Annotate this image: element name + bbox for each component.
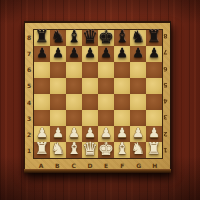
piece-black-pawn-h7[interactable]: ♟ [148, 46, 160, 59]
square-a4[interactable] [34, 94, 50, 110]
square-f6[interactable] [114, 62, 130, 78]
square-b6[interactable] [50, 62, 66, 78]
square-h4[interactable] [146, 94, 162, 110]
square-d8[interactable]: ♛ [82, 30, 98, 46]
piece-white-bishop-f1[interactable]: ♝ [115, 141, 129, 157]
square-f5[interactable] [114, 78, 130, 94]
square-b5[interactable] [50, 78, 66, 94]
square-c8[interactable]: ♝ [66, 30, 82, 46]
rank-label-right-5: 5 [161, 78, 170, 94]
square-d7[interactable]: ♟ [82, 46, 98, 62]
piece-white-bishop-c1[interactable]: ♝ [67, 141, 81, 157]
square-h6[interactable] [146, 62, 162, 78]
square-f7[interactable]: ♟ [114, 46, 130, 62]
square-c6[interactable] [66, 62, 82, 78]
piece-white-pawn-c2[interactable]: ♟ [68, 126, 80, 139]
wooden-table-background: 87654321 87654321 ♜♞♝♛♚♝♞♜♟♟♟♟♟♟♟♟♟♟♟♟♟♟… [0, 0, 200, 200]
square-a7[interactable]: ♟ [34, 46, 50, 62]
rank-label-5: 5 [25, 78, 33, 94]
square-d3[interactable] [82, 110, 98, 126]
rank-label-right-6: 6 [161, 62, 170, 78]
square-h5[interactable] [146, 78, 162, 94]
square-h7[interactable]: ♟ [146, 46, 162, 62]
chess-board: 87654321 87654321 ♜♞♝♛♚♝♞♜♟♟♟♟♟♟♟♟♟♟♟♟♟♟… [24, 21, 171, 173]
piece-black-knight-b8[interactable]: ♞ [51, 29, 65, 45]
square-f4[interactable] [114, 94, 130, 110]
square-f1[interactable]: ♝ [114, 142, 130, 158]
square-e5[interactable] [98, 78, 114, 94]
piece-white-king-e1[interactable]: ♚ [98, 140, 114, 158]
square-a5[interactable] [34, 78, 50, 94]
piece-white-pawn-a2[interactable]: ♟ [36, 126, 48, 139]
piece-white-queen-d1[interactable]: ♛ [82, 140, 98, 158]
rank-label-6: 6 [25, 62, 33, 78]
square-f3[interactable] [114, 110, 130, 126]
square-c3[interactable] [66, 110, 82, 126]
piece-black-pawn-d7[interactable]: ♟ [84, 46, 96, 59]
piece-black-rook-a8[interactable]: ♜ [35, 29, 49, 45]
square-e7[interactable]: ♟ [98, 46, 114, 62]
piece-black-king-e8[interactable]: ♚ [98, 28, 114, 46]
piece-black-pawn-g7[interactable]: ♟ [132, 46, 144, 59]
square-g3[interactable] [130, 110, 146, 126]
rank-label-right-2: 2 [161, 127, 170, 143]
square-g6[interactable] [130, 62, 146, 78]
square-d1[interactable]: ♛ [82, 142, 98, 158]
piece-black-bishop-c8[interactable]: ♝ [67, 29, 81, 45]
square-g4[interactable] [130, 94, 146, 110]
rank-label-2: 2 [25, 127, 33, 143]
square-a1[interactable]: ♜ [34, 142, 50, 158]
board-front-edge [24, 169, 171, 173]
piece-black-pawn-a7[interactable]: ♟ [36, 46, 48, 59]
piece-white-pawn-f2[interactable]: ♟ [116, 126, 128, 139]
square-a6[interactable] [34, 62, 50, 78]
square-a3[interactable] [34, 110, 50, 126]
square-e1[interactable]: ♚ [98, 142, 114, 158]
rank-label-right-8: 8 [161, 29, 170, 45]
square-d4[interactable] [82, 94, 98, 110]
square-g7[interactable]: ♟ [130, 46, 146, 62]
piece-white-pawn-h2[interactable]: ♟ [148, 126, 160, 139]
rank-label-right-4: 4 [161, 94, 170, 110]
piece-white-pawn-b2[interactable]: ♟ [52, 126, 64, 139]
rank-label-1: 1 [25, 143, 33, 159]
piece-black-pawn-b7[interactable]: ♟ [52, 46, 64, 59]
square-b8[interactable]: ♞ [50, 30, 66, 46]
rank-label-right-7: 7 [161, 45, 170, 61]
rank-label-3: 3 [25, 110, 33, 126]
rank-label-4: 4 [25, 94, 33, 110]
square-d6[interactable] [82, 62, 98, 78]
piece-black-bishop-f8[interactable]: ♝ [115, 29, 129, 45]
square-f8[interactable]: ♝ [114, 30, 130, 46]
square-c7[interactable]: ♟ [66, 46, 82, 62]
rank-label-8: 8 [25, 29, 33, 45]
rank-label-right-3: 3 [161, 110, 170, 126]
board-squares: ♜♞♝♛♚♝♞♜♟♟♟♟♟♟♟♟♟♟♟♟♟♟♟♟♜♞♝♛♚♝♞♜ [33, 29, 163, 159]
square-h8[interactable]: ♜ [146, 30, 162, 46]
piece-white-rook-a1[interactable]: ♜ [35, 141, 49, 157]
square-g5[interactable] [130, 78, 146, 94]
piece-black-pawn-e7[interactable]: ♟ [100, 46, 112, 59]
square-e8[interactable]: ♚ [98, 30, 114, 46]
square-g1[interactable]: ♞ [130, 142, 146, 158]
square-e4[interactable] [98, 94, 114, 110]
rank-label-7: 7 [25, 45, 33, 61]
square-b3[interactable] [50, 110, 66, 126]
piece-white-knight-g1[interactable]: ♞ [131, 141, 145, 157]
square-c5[interactable] [66, 78, 82, 94]
square-b7[interactable]: ♟ [50, 46, 66, 62]
square-e6[interactable] [98, 62, 114, 78]
square-e3[interactable] [98, 110, 114, 126]
square-h1[interactable]: ♜ [146, 142, 162, 158]
rank-labels-right: 87654321 [161, 29, 170, 159]
rank-labels-left: 87654321 [25, 29, 33, 159]
square-a8[interactable]: ♜ [34, 30, 50, 46]
piece-black-rook-h8[interactable]: ♜ [147, 29, 161, 45]
piece-white-pawn-g2[interactable]: ♟ [132, 126, 144, 139]
square-h3[interactable] [146, 110, 162, 126]
square-c4[interactable] [66, 94, 82, 110]
piece-white-knight-b1[interactable]: ♞ [51, 141, 65, 157]
rank-label-right-1: 1 [161, 143, 170, 159]
square-g8[interactable]: ♞ [130, 30, 146, 46]
square-b1[interactable]: ♞ [50, 142, 66, 158]
square-d5[interactable] [82, 78, 98, 94]
square-c1[interactable]: ♝ [66, 142, 82, 158]
square-b4[interactable] [50, 94, 66, 110]
piece-black-pawn-c7[interactable]: ♟ [68, 46, 80, 59]
piece-black-pawn-f7[interactable]: ♟ [116, 46, 128, 59]
piece-white-rook-h1[interactable]: ♜ [147, 141, 161, 157]
piece-black-queen-d8[interactable]: ♛ [82, 28, 98, 46]
piece-black-knight-g8[interactable]: ♞ [131, 29, 145, 45]
